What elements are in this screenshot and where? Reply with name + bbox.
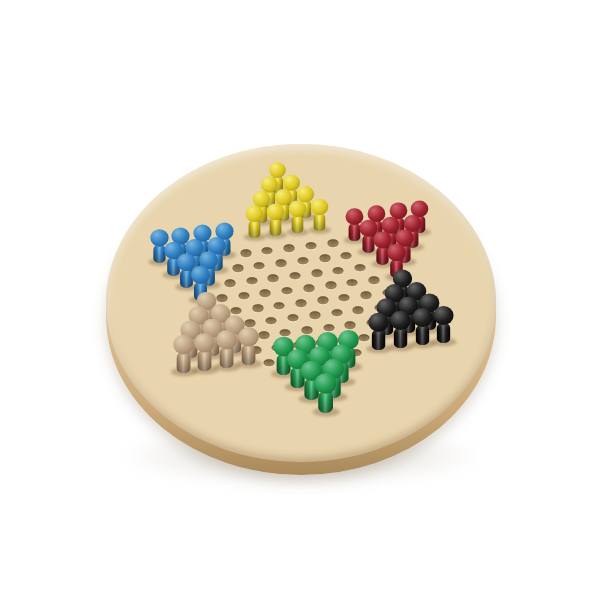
peg-body: [393, 328, 407, 348]
peg-head: [386, 244, 405, 262]
board-hole[interactable]: [331, 309, 342, 317]
peg-body: [317, 391, 332, 413]
board-hole[interactable]: [266, 317, 277, 325]
peg-green[interactable]: [312, 373, 337, 413]
peg-yellow[interactable]: [309, 198, 329, 230]
peg-yellow[interactable]: [243, 205, 264, 238]
peg-head: [314, 373, 336, 394]
board-hole[interactable]: [297, 257, 308, 265]
peg-yellow[interactable]: [287, 201, 307, 233]
peg-black[interactable]: [410, 308, 433, 345]
peg-head: [194, 332, 215, 352]
peg-head: [310, 198, 328, 215]
board-hole[interactable]: [240, 249, 251, 257]
board-hole[interactable]: [345, 322, 356, 330]
peg-natural[interactable]: [192, 332, 216, 370]
peg-body: [269, 218, 281, 236]
board-hole[interactable]: [284, 244, 295, 252]
peg-head: [216, 330, 237, 350]
peg-head: [172, 335, 193, 355]
board-hole[interactable]: [268, 274, 279, 282]
board-hole[interactable]: [274, 302, 285, 310]
peg-black[interactable]: [432, 306, 455, 343]
product-photo: [0, 0, 600, 600]
board-hole[interactable]: [246, 277, 257, 285]
board-hole[interactable]: [317, 297, 328, 305]
board-hole[interactable]: [230, 307, 241, 315]
board-hole[interactable]: [303, 284, 314, 292]
peg-yellow[interactable]: [265, 203, 285, 236]
board-hole[interactable]: [361, 292, 372, 300]
board-hole[interactable]: [325, 282, 336, 290]
board-hole[interactable]: [327, 239, 338, 247]
board-hole[interactable]: [244, 319, 255, 327]
board-hole[interactable]: [369, 277, 380, 285]
board-hole[interactable]: [323, 324, 334, 332]
board-hole[interactable]: [238, 292, 249, 300]
board-hole[interactable]: [339, 294, 350, 302]
board-hole[interactable]: [260, 289, 271, 297]
peg-head: [288, 201, 306, 218]
board-hole[interactable]: [355, 264, 366, 272]
peg-body: [197, 350, 211, 371]
board-hole[interactable]: [262, 247, 273, 255]
board-hole[interactable]: [252, 304, 263, 312]
peg-body: [313, 213, 325, 231]
board-hole[interactable]: [216, 294, 227, 302]
peg-body: [436, 323, 450, 343]
peg-body: [219, 347, 233, 368]
board-hole[interactable]: [288, 314, 299, 322]
peg-black[interactable]: [388, 311, 411, 348]
peg-head: [191, 265, 210, 283]
chinese-checkers-board: [0, 0, 600, 600]
peg-head: [368, 313, 388, 332]
board-hole[interactable]: [290, 272, 301, 280]
board-hole[interactable]: [282, 287, 293, 295]
peg-head: [237, 328, 258, 347]
board-hole[interactable]: [333, 267, 344, 275]
board-hole[interactable]: [280, 329, 291, 337]
board-hole[interactable]: [296, 299, 307, 307]
board-hole[interactable]: [276, 259, 287, 267]
board-hole[interactable]: [309, 312, 320, 320]
board-hole[interactable]: [232, 264, 243, 272]
peg-natural[interactable]: [171, 335, 195, 373]
board-hole[interactable]: [353, 307, 364, 315]
peg-body: [415, 325, 429, 345]
board-hole[interactable]: [305, 242, 316, 250]
peg-head: [266, 203, 284, 220]
board-hole[interactable]: [224, 279, 235, 287]
peg-head: [433, 306, 453, 325]
peg-head: [245, 205, 263, 222]
peg-black[interactable]: [366, 313, 389, 350]
peg-body: [175, 352, 189, 373]
peg-body: [241, 345, 255, 366]
peg-head: [411, 308, 431, 327]
peg-body: [371, 330, 385, 350]
peg-body: [291, 215, 303, 233]
peg-natural[interactable]: [214, 330, 238, 368]
board-hole[interactable]: [341, 252, 352, 260]
board-hole[interactable]: [301, 327, 312, 335]
peg-natural[interactable]: [236, 328, 260, 366]
board-hole[interactable]: [311, 269, 322, 277]
board-hole[interactable]: [347, 279, 358, 287]
peg-body: [247, 220, 259, 238]
board-hole[interactable]: [254, 262, 265, 270]
board-hole[interactable]: [319, 254, 330, 262]
peg-head: [390, 311, 410, 330]
